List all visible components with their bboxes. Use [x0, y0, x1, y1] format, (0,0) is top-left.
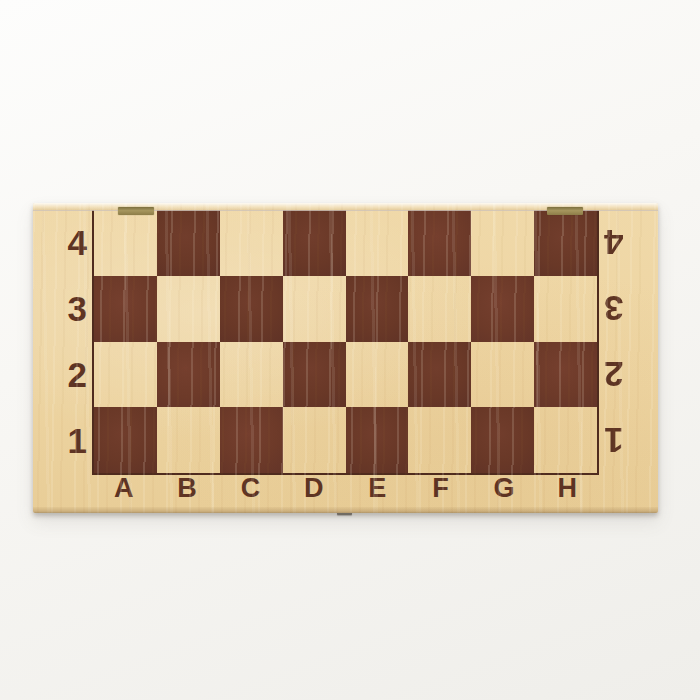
- rank-label-text: 3: [68, 291, 87, 326]
- square-e2: [346, 342, 409, 408]
- square-a2: [94, 342, 157, 408]
- file-label-text: H: [558, 475, 578, 502]
- square-f1: [408, 407, 471, 473]
- square-g1: [471, 407, 534, 473]
- file-label-text: G: [493, 475, 514, 502]
- square-c4: [220, 210, 283, 276]
- square-d1: [283, 407, 346, 473]
- photo-background: 4321 4321 ABCDEFGH: [0, 0, 700, 700]
- rank-label-text: 3: [604, 291, 623, 326]
- rank-label-left-2: 2: [33, 342, 92, 408]
- square-b1: [157, 407, 220, 473]
- square-g3: [471, 276, 534, 342]
- file-labels: ABCDEFGH: [92, 472, 599, 505]
- square-h3: [534, 276, 597, 342]
- file-label-e: E: [346, 472, 409, 505]
- square-g4: [471, 210, 534, 276]
- file-label-g: G: [472, 472, 535, 505]
- square-b4: [157, 210, 220, 276]
- rank-label-right-3: 3: [599, 276, 658, 342]
- file-label-a: A: [92, 472, 155, 505]
- rank-label-right-4: 4: [599, 210, 658, 276]
- hinge-icon-left: [118, 207, 154, 215]
- rank-label-right-1: 1: [599, 407, 658, 473]
- file-label-text: E: [368, 475, 386, 502]
- rank-label-text: 1: [604, 423, 623, 458]
- file-label-text: A: [114, 475, 134, 502]
- square-d3: [283, 276, 346, 342]
- file-label-f: F: [409, 472, 472, 505]
- hinge-icon-right: [547, 207, 583, 215]
- square-h2: [534, 342, 597, 408]
- rank-label-text: 4: [68, 225, 87, 260]
- square-a1: [94, 407, 157, 473]
- file-label-c: C: [219, 472, 282, 505]
- rank-label-text: 1: [68, 423, 87, 458]
- board-grid: [92, 210, 599, 475]
- square-e3: [346, 276, 409, 342]
- square-a3: [94, 276, 157, 342]
- square-d2: [283, 342, 346, 408]
- file-label-text: B: [177, 475, 197, 502]
- square-f4: [408, 210, 471, 276]
- file-label-text: F: [432, 475, 449, 502]
- square-a4: [94, 210, 157, 276]
- file-label-text: C: [241, 475, 261, 502]
- rank-label-left-1: 1: [33, 407, 92, 473]
- rank-label-left-4: 4: [33, 210, 92, 276]
- rank-label-left-3: 3: [33, 276, 92, 342]
- file-label-text: D: [304, 475, 324, 502]
- square-e1: [346, 407, 409, 473]
- chess-board: 4321 4321 ABCDEFGH: [33, 203, 658, 513]
- file-label-b: B: [155, 472, 218, 505]
- rank-label-right-2: 2: [599, 342, 658, 408]
- file-label-h: H: [536, 472, 599, 505]
- rank-label-text: 2: [68, 357, 87, 392]
- square-e4: [346, 210, 409, 276]
- rank-label-text: 4: [604, 225, 623, 260]
- square-h1: [534, 407, 597, 473]
- file-label-d: D: [282, 472, 345, 505]
- rank-labels-right: 4321: [599, 210, 658, 473]
- rank-labels-left: 4321: [33, 210, 92, 473]
- square-c1: [220, 407, 283, 473]
- rank-label-text: 2: [604, 357, 623, 392]
- square-g2: [471, 342, 534, 408]
- square-h4: [534, 210, 597, 276]
- square-c2: [220, 342, 283, 408]
- square-c3: [220, 276, 283, 342]
- square-d4: [283, 210, 346, 276]
- square-b3: [157, 276, 220, 342]
- square-b2: [157, 342, 220, 408]
- square-f3: [408, 276, 471, 342]
- square-f2: [408, 342, 471, 408]
